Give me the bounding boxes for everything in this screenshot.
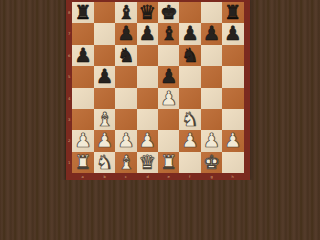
square-c5[interactable] [115,66,136,87]
board-grid: ♜♝♛♚♜♟♟♝♟♟♟♟♞♞♟♟♟♝♞♟♟♟♟♟♟♟♜♞♝♛♜♚ [72,2,243,173]
square-g6[interactable] [201,45,222,66]
black-rook[interactable]: ♜ [74,2,91,23]
square-a1[interactable]: ♜ [72,152,93,173]
square-a4[interactable] [72,88,93,109]
square-d1[interactable]: ♛ [137,152,158,173]
white-rook[interactable]: ♜ [74,151,91,172]
square-g5[interactable] [201,66,222,87]
black-queen[interactable]: ♛ [139,2,156,23]
square-d3[interactable] [137,109,158,130]
square-h1[interactable] [222,152,243,173]
square-e4[interactable]: ♟ [158,88,179,109]
square-h3[interactable] [222,109,243,130]
square-c3[interactable] [115,109,136,130]
square-h2[interactable]: ♟ [222,130,243,151]
square-a2[interactable]: ♟ [72,130,93,151]
black-rook[interactable]: ♜ [224,2,241,23]
white-knight[interactable]: ♞ [96,151,113,172]
black-pawn[interactable]: ♟ [181,23,198,44]
file-label-a: a [76,175,89,180]
file-label-b: b [98,175,111,180]
rank-label-5: 5 [67,70,71,83]
rank-label-8: 8 [67,6,71,19]
square-h8[interactable]: ♜ [222,2,243,23]
square-g3[interactable] [201,109,222,130]
square-d7[interactable]: ♟ [137,23,158,44]
square-c7[interactable]: ♟ [115,23,136,44]
square-h5[interactable] [222,66,243,87]
black-pawn[interactable]: ♟ [160,66,177,87]
square-b8[interactable] [94,2,115,23]
square-c1[interactable]: ♝ [115,152,136,173]
square-f6[interactable]: ♞ [179,45,200,66]
white-pawn[interactable]: ♟ [181,130,198,151]
square-f4[interactable] [179,88,200,109]
rank-labels: 87654321 [66,2,72,173]
file-labels: abcdefgh [72,173,243,180]
square-d8[interactable]: ♛ [137,2,158,23]
square-e1[interactable]: ♜ [158,152,179,173]
white-pawn[interactable]: ♟ [139,130,156,151]
black-bishop[interactable]: ♝ [117,2,134,23]
square-f1[interactable] [179,152,200,173]
black-pawn[interactable]: ♟ [203,23,220,44]
black-bishop[interactable]: ♝ [160,23,177,44]
rank-label-6: 6 [67,49,71,62]
square-f5[interactable] [179,66,200,87]
square-g1[interactable]: ♚ [201,152,222,173]
square-b2[interactable]: ♟ [94,130,115,151]
white-pawn[interactable]: ♟ [117,130,134,151]
square-f8[interactable] [179,2,200,23]
file-label-e: e [162,175,175,180]
rank-label-2: 2 [67,135,71,148]
square-e3[interactable] [158,109,179,130]
white-pawn[interactable]: ♟ [224,130,241,151]
white-bishop[interactable]: ♝ [96,108,113,129]
square-a3[interactable] [72,109,93,130]
rank-label-1: 1 [67,156,71,169]
black-knight[interactable]: ♞ [181,44,198,65]
square-c8[interactable]: ♝ [115,2,136,23]
square-b6[interactable] [94,45,115,66]
square-e2[interactable] [158,130,179,151]
white-pawn[interactable]: ♟ [96,130,113,151]
square-b7[interactable] [94,23,115,44]
rank-label-4: 4 [67,92,71,105]
white-bishop[interactable]: ♝ [117,151,134,172]
white-pawn[interactable]: ♟ [74,130,91,151]
page-background: 87654321 ♜♝♛♚♜♟♟♝♟♟♟♟♞♞♟♟♟♝♞♟♟♟♟♟♟♟♜♞♝♛♜… [0,0,320,180]
square-c4[interactable] [115,88,136,109]
black-knight[interactable]: ♞ [117,44,134,65]
square-h6[interactable] [222,45,243,66]
file-label-f: f [183,175,196,180]
chess-board: 87654321 ♜♝♛♚♜♟♟♝♟♟♟♟♞♞♟♟♟♝♞♟♟♟♟♟♟♟♜♞♝♛♜… [66,0,250,180]
square-a6[interactable]: ♟ [72,45,93,66]
rank-label-7: 7 [67,27,71,40]
white-knight[interactable]: ♞ [181,108,198,129]
square-e5[interactable]: ♟ [158,66,179,87]
black-pawn[interactable]: ♟ [139,23,156,44]
square-g2[interactable]: ♟ [201,130,222,151]
square-b4[interactable] [94,88,115,109]
square-a5[interactable] [72,66,93,87]
square-e6[interactable] [158,45,179,66]
square-g7[interactable]: ♟ [201,23,222,44]
white-pawn[interactable]: ♟ [203,130,220,151]
square-f7[interactable]: ♟ [179,23,200,44]
square-b5[interactable]: ♟ [94,66,115,87]
square-g8[interactable] [201,2,222,23]
file-label-c: c [119,175,132,180]
square-a7[interactable] [72,23,93,44]
rank-label-3: 3 [67,113,71,126]
square-d2[interactable]: ♟ [137,130,158,151]
file-label-h: h [226,175,239,180]
white-queen[interactable]: ♛ [139,151,156,172]
black-pawn[interactable]: ♟ [96,66,113,87]
square-c6[interactable]: ♞ [115,45,136,66]
white-king[interactable]: ♚ [203,151,220,172]
square-e8[interactable]: ♚ [158,2,179,23]
file-label-g: g [205,175,218,180]
square-b1[interactable]: ♞ [94,152,115,173]
square-d6[interactable] [137,45,158,66]
square-e7[interactable]: ♝ [158,23,179,44]
square-c2[interactable]: ♟ [115,130,136,151]
white-pawn[interactable]: ♟ [160,87,177,108]
square-f2[interactable]: ♟ [179,130,200,151]
square-g4[interactable] [201,88,222,109]
square-h7[interactable]: ♟ [222,23,243,44]
square-d5[interactable] [137,66,158,87]
black-pawn[interactable]: ♟ [224,23,241,44]
black-king[interactable]: ♚ [160,2,177,23]
square-h4[interactable] [222,88,243,109]
file-label-d: d [141,175,154,180]
square-d4[interactable] [137,88,158,109]
black-pawn[interactable]: ♟ [74,44,91,65]
square-f3[interactable]: ♞ [179,109,200,130]
black-pawn[interactable]: ♟ [117,23,134,44]
white-rook[interactable]: ♜ [160,151,177,172]
square-a8[interactable]: ♜ [72,2,93,23]
square-b3[interactable]: ♝ [94,109,115,130]
